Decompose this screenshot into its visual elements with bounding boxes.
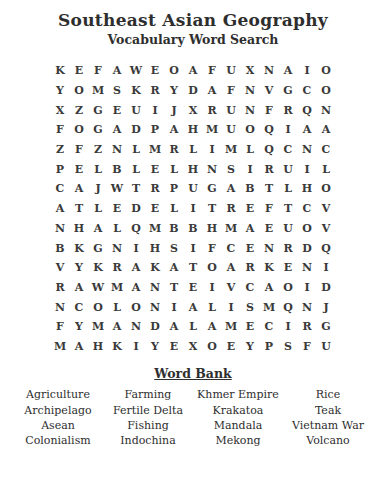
grid-cell-r15c14: F bbox=[298, 337, 317, 357]
grid-cell-r14c1: F bbox=[51, 317, 70, 337]
grid-cell-r7c7: P bbox=[165, 179, 184, 199]
grid-cell-r8c15: V bbox=[317, 199, 336, 219]
grid-cell-r7c14: H bbox=[298, 179, 317, 199]
grid-cell-r11c2: Y bbox=[70, 258, 89, 278]
grid-cell-r13c7: I bbox=[165, 297, 184, 317]
grid-cell-r5c13: C bbox=[279, 140, 298, 160]
grid-cell-r2c10: F bbox=[222, 81, 241, 101]
grid-cell-r9c7: B bbox=[165, 219, 184, 239]
grid-cell-r8c8: I bbox=[184, 199, 203, 219]
grid-cell-r5c15: C bbox=[317, 140, 336, 160]
word-bank-column-4: RiceTeakVietnam WarVolcano bbox=[283, 387, 373, 448]
grid-cell-r1c5: W bbox=[127, 61, 146, 81]
grid-cell-r6c8: H bbox=[184, 159, 203, 179]
grid-cell-r9c8: B bbox=[184, 219, 203, 239]
grid-cell-r4c10: U bbox=[222, 120, 241, 140]
grid-cell-r14c4: A bbox=[108, 317, 127, 337]
grid-cell-r2c4: S bbox=[108, 81, 127, 101]
grid-cell-r8c14: C bbox=[298, 199, 317, 219]
grid-cell-r11c9: O bbox=[203, 258, 222, 278]
grid-cell-r3c4: E bbox=[108, 100, 127, 120]
grid-cell-r5c5: L bbox=[127, 140, 146, 160]
grid-cell-r9c13: U bbox=[279, 219, 298, 239]
grid-cell-r9c1: N bbox=[51, 219, 70, 239]
grid-cell-r7c13: L bbox=[279, 179, 298, 199]
grid-cell-r2c14: C bbox=[298, 81, 317, 101]
grid-cell-r1c14: I bbox=[298, 61, 317, 81]
grid-cell-r10c4: N bbox=[108, 238, 127, 258]
grid-cell-r10c1: B bbox=[51, 238, 70, 258]
grid-cell-r13c5: O bbox=[127, 297, 146, 317]
grid-cell-r1c3: F bbox=[89, 61, 108, 81]
grid-cell-r6c10: S bbox=[222, 159, 241, 179]
word-bank-list: AgricultureArchipelagoAseanColonialismFa… bbox=[13, 387, 373, 448]
grid-cell-r11c8: T bbox=[184, 258, 203, 278]
grid-cell-r15c3: H bbox=[89, 337, 108, 357]
grid-cell-r1c12: N bbox=[260, 61, 279, 81]
grid-cell-r12c1: R bbox=[51, 278, 70, 298]
grid-cell-r4c1: F bbox=[51, 120, 70, 140]
grid-cell-r8c6: E bbox=[146, 199, 165, 219]
grid-cell-r8c3: L bbox=[89, 199, 108, 219]
grid-cell-r15c15: U bbox=[317, 337, 336, 357]
word-bank-item: Archipelago bbox=[13, 403, 103, 418]
grid-cell-r2c13: G bbox=[279, 81, 298, 101]
grid-cell-r4c14: A bbox=[298, 120, 317, 140]
grid-cell-r10c10: C bbox=[222, 238, 241, 258]
grid-cell-r8c12: F bbox=[260, 199, 279, 219]
grid-cell-r1c10: U bbox=[222, 61, 241, 81]
grid-cell-r7c8: U bbox=[184, 179, 203, 199]
grid-cell-r14c10: M bbox=[222, 317, 241, 337]
word-bank-item: Vietnam War bbox=[283, 418, 373, 433]
grid-cell-r15c7: E bbox=[165, 337, 184, 357]
grid-cell-r7c11: B bbox=[241, 179, 260, 199]
grid-cell-r2c9: A bbox=[203, 81, 222, 101]
grid-cell-r6c7: L bbox=[165, 159, 184, 179]
grid-cell-r9c15: V bbox=[317, 219, 336, 239]
grid-cell-r10c12: N bbox=[260, 238, 279, 258]
grid-cell-r8c1: A bbox=[51, 199, 70, 219]
grid-cell-r4c9: M bbox=[203, 120, 222, 140]
page-title: Southeast Asian Geography bbox=[0, 9, 386, 31]
grid-cell-r7c10: A bbox=[222, 179, 241, 199]
grid-cell-r1c6: E bbox=[146, 61, 165, 81]
word-bank-item: Teak bbox=[283, 403, 373, 418]
grid-cell-r5c4: N bbox=[108, 140, 127, 160]
grid-cell-r1c11: X bbox=[241, 61, 260, 81]
grid-cell-r5c3: Z bbox=[89, 140, 108, 160]
grid-cell-r4c12: Q bbox=[260, 120, 279, 140]
word-bank-item: Mekong bbox=[193, 433, 283, 448]
grid-cell-r7c9: G bbox=[203, 179, 222, 199]
word-bank-item: Agriculture bbox=[13, 387, 103, 402]
grid-cell-r9c6: M bbox=[146, 219, 165, 239]
grid-cell-r13c6: N bbox=[146, 297, 165, 317]
grid-cell-r7c2: A bbox=[70, 179, 89, 199]
grid-cell-r2c6: R bbox=[146, 81, 165, 101]
grid-cell-r11c6: K bbox=[146, 258, 165, 278]
grid-cell-r6c15: L bbox=[317, 159, 336, 179]
grid-cell-r10c14: D bbox=[298, 238, 317, 258]
grid-cell-r3c13: R bbox=[279, 100, 298, 120]
grid-cell-r3c2: Z bbox=[70, 100, 89, 120]
grid-cell-r11c15: I bbox=[317, 258, 336, 278]
grid-cell-r14c9: A bbox=[203, 317, 222, 337]
grid-cell-r5c2: F bbox=[70, 140, 89, 160]
grid-cell-r13c13: Q bbox=[279, 297, 298, 317]
grid-cell-r9c11: A bbox=[241, 219, 260, 239]
grid-cell-r11c3: K bbox=[89, 258, 108, 278]
grid-cell-r13c3: O bbox=[89, 297, 108, 317]
word-bank-column-2: FarmingFertile DeltaFishingIndochina bbox=[103, 387, 193, 448]
grid-cell-r8c4: E bbox=[108, 199, 127, 219]
word-bank-item: Volcano bbox=[283, 433, 373, 448]
grid-cell-r11c13: E bbox=[279, 258, 298, 278]
grid-cell-r12c15: D bbox=[317, 278, 336, 298]
grid-cell-r10c8: I bbox=[184, 238, 203, 258]
grid-cell-r5c14: N bbox=[298, 140, 317, 160]
grid-cell-r4c15: A bbox=[317, 120, 336, 140]
grid-cell-r3c14: Q bbox=[298, 100, 317, 120]
grid-cell-r14c7: A bbox=[165, 317, 184, 337]
grid-cell-r7c4: W bbox=[108, 179, 127, 199]
grid-cell-r14c14: R bbox=[298, 317, 317, 337]
word-bank-item: Farming bbox=[103, 387, 193, 402]
grid-cell-r8c11: E bbox=[241, 199, 260, 219]
grid-cell-r9c12: E bbox=[260, 219, 279, 239]
grid-cell-r13c10: I bbox=[222, 297, 241, 317]
grid-cell-r11c4: R bbox=[108, 258, 127, 278]
grid-cell-r10c2: K bbox=[70, 238, 89, 258]
grid-cell-r8c10: R bbox=[222, 199, 241, 219]
grid-cell-r12c10: V bbox=[222, 278, 241, 298]
word-bank-item: Krakatoa bbox=[193, 403, 283, 418]
grid-cell-r8c7: L bbox=[165, 199, 184, 219]
worksheet-header: Southeast Asian Geography Vocabulary Wor… bbox=[0, 0, 386, 48]
grid-cell-r9c10: M bbox=[222, 219, 241, 239]
word-bank-item: Fertile Delta bbox=[103, 403, 193, 418]
grid-cell-r15c11: Y bbox=[241, 337, 260, 357]
grid-cell-r8c9: T bbox=[203, 199, 222, 219]
grid-cell-r11c12: K bbox=[260, 258, 279, 278]
grid-cell-r12c5: A bbox=[127, 278, 146, 298]
grid-cell-r4c8: H bbox=[184, 120, 203, 140]
grid-cell-r9c2: H bbox=[70, 219, 89, 239]
grid-cell-r6c6: E bbox=[146, 159, 165, 179]
grid-cell-r4c13: I bbox=[279, 120, 298, 140]
grid-cell-r9c9: H bbox=[203, 219, 222, 239]
grid-cell-r1c13: A bbox=[279, 61, 298, 81]
grid-cell-r1c8: A bbox=[184, 61, 203, 81]
grid-cell-r12c9: I bbox=[203, 278, 222, 298]
word-bank-item: Colonialism bbox=[13, 433, 103, 448]
grid-cell-r6c4: B bbox=[108, 159, 127, 179]
word-bank-item: Rice bbox=[283, 387, 373, 402]
grid-cell-r10c6: H bbox=[146, 238, 165, 258]
grid-cell-r12c13: O bbox=[279, 278, 298, 298]
grid-cell-r14c2: Y bbox=[70, 317, 89, 337]
grid-cell-r11c7: A bbox=[165, 258, 184, 278]
grid-cell-r13c1: N bbox=[51, 297, 70, 317]
grid-cell-r11c10: A bbox=[222, 258, 241, 278]
grid-cell-r1c9: F bbox=[203, 61, 222, 81]
grid-cell-r15c6: Y bbox=[146, 337, 165, 357]
grid-cell-r12c2: A bbox=[70, 278, 89, 298]
grid-cell-r15c10: E bbox=[222, 337, 241, 357]
grid-cell-r10c11: E bbox=[241, 238, 260, 258]
grid-cell-r10c9: F bbox=[203, 238, 222, 258]
grid-cell-r5c8: L bbox=[184, 140, 203, 160]
word-bank-item: Fishing bbox=[103, 418, 193, 433]
grid-cell-r10c15: Q bbox=[317, 238, 336, 258]
grid-cell-r13c12: M bbox=[260, 297, 279, 317]
grid-cell-r1c2: E bbox=[70, 61, 89, 81]
grid-cell-r1c7: O bbox=[165, 61, 184, 81]
grid-cell-r5c12: Q bbox=[260, 140, 279, 160]
grid-cell-r4c11: O bbox=[241, 120, 260, 140]
grid-cell-r13c2: C bbox=[70, 297, 89, 317]
grid-cell-r3c1: X bbox=[51, 100, 70, 120]
grid-cell-r15c13: S bbox=[279, 337, 298, 357]
grid-cell-r14c6: D bbox=[146, 317, 165, 337]
grid-cell-r10c3: G bbox=[89, 238, 108, 258]
grid-cell-r4c2: O bbox=[70, 120, 89, 140]
grid-cell-r3c8: X bbox=[184, 100, 203, 120]
grid-cell-r14c5: N bbox=[127, 317, 146, 337]
grid-cell-r13c11: S bbox=[241, 297, 260, 317]
grid-cell-r15c2: A bbox=[70, 337, 89, 357]
grid-cell-r3c6: I bbox=[146, 100, 165, 120]
grid-cell-r5c1: Z bbox=[51, 140, 70, 160]
grid-cell-r15c8: X bbox=[184, 337, 203, 357]
grid-cell-r13c4: L bbox=[108, 297, 127, 317]
grid-cell-r6c14: I bbox=[298, 159, 317, 179]
grid-cell-r9c4: L bbox=[108, 219, 127, 239]
grid-cell-r2c15: O bbox=[317, 81, 336, 101]
grid-cell-r6c2: E bbox=[70, 159, 89, 179]
grid-cell-r10c7: S bbox=[165, 238, 184, 258]
grid-cell-r1c15: O bbox=[317, 61, 336, 81]
grid-cell-r15c12: P bbox=[260, 337, 279, 357]
grid-cell-r7c5: T bbox=[127, 179, 146, 199]
page-subtitle: Vocabulary Word Search bbox=[0, 31, 386, 48]
grid-cell-r8c2: T bbox=[70, 199, 89, 219]
grid-cell-r5c6: M bbox=[146, 140, 165, 160]
grid-cell-r3c7: J bbox=[165, 100, 184, 120]
grid-cell-r1c1: K bbox=[51, 61, 70, 81]
grid-cell-r11c14: N bbox=[298, 258, 317, 278]
word-bank-item: Khmer Empire bbox=[193, 387, 283, 402]
grid-cell-r14c3: M bbox=[89, 317, 108, 337]
grid-cell-r3c3: G bbox=[89, 100, 108, 120]
grid-cell-r7c12: T bbox=[260, 179, 279, 199]
grid-cell-r12c7: T bbox=[165, 278, 184, 298]
grid-cell-r8c13: T bbox=[279, 199, 298, 219]
grid-cell-r5c10: M bbox=[222, 140, 241, 160]
grid-cell-r12c14: I bbox=[298, 278, 317, 298]
grid-cell-r11c11: R bbox=[241, 258, 260, 278]
worksheet-page: Southeast Asian Geography Vocabulary Wor… bbox=[0, 0, 386, 500]
grid-cell-r9c3: A bbox=[89, 219, 108, 239]
grid-cell-r13c14: N bbox=[298, 297, 317, 317]
grid-cell-r12c12: A bbox=[260, 278, 279, 298]
word-bank-column-1: AgricultureArchipelagoAseanColonialism bbox=[13, 387, 103, 448]
grid-cell-r11c5: A bbox=[127, 258, 146, 278]
grid-cell-r7c3: J bbox=[89, 179, 108, 199]
word-bank-item: Asean bbox=[13, 418, 103, 433]
grid-cell-r12c4: M bbox=[108, 278, 127, 298]
grid-cell-r3c12: F bbox=[260, 100, 279, 120]
grid-cell-r14c15: G bbox=[317, 317, 336, 337]
grid-cell-r3c15: N bbox=[317, 100, 336, 120]
grid-cell-r3c9: R bbox=[203, 100, 222, 120]
grid-cell-r15c4: K bbox=[108, 337, 127, 357]
grid-cell-r4c7: A bbox=[165, 120, 184, 140]
grid-cell-r15c5: I bbox=[127, 337, 146, 357]
grid-cell-r4c3: G bbox=[89, 120, 108, 140]
grid-cell-r11c1: V bbox=[51, 258, 70, 278]
word-search-grid: KEFAWEOAFUXNAIOYOMSKRYDAFNVGCOXZGEUIJXRU… bbox=[0, 61, 386, 356]
grid-cell-r1c4: A bbox=[108, 61, 127, 81]
grid-cell-r10c13: R bbox=[279, 238, 298, 258]
grid-cell-r12c8: E bbox=[184, 278, 203, 298]
grid-cell-r2c7: Y bbox=[165, 81, 184, 101]
grid-cell-r2c3: M bbox=[89, 81, 108, 101]
grid-cell-r7c1: C bbox=[51, 179, 70, 199]
grid-cell-r2c1: Y bbox=[51, 81, 70, 101]
grid-cell-r13c8: A bbox=[184, 297, 203, 317]
word-bank-item: Mandala bbox=[193, 418, 283, 433]
grid-cell-r6c11: I bbox=[241, 159, 260, 179]
grid-cell-r6c9: N bbox=[203, 159, 222, 179]
grid-cell-r12c6: N bbox=[146, 278, 165, 298]
grid-cell-r2c11: N bbox=[241, 81, 260, 101]
word-bank-section: Word Bank AgricultureArchipelagoAseanCol… bbox=[0, 363, 386, 448]
grid-cell-r6c1: P bbox=[51, 159, 70, 179]
grid-cell-r6c3: L bbox=[89, 159, 108, 179]
grid-cell-r14c13: I bbox=[279, 317, 298, 337]
grid-cell-r10c5: I bbox=[127, 238, 146, 258]
grid-cell-r5c9: I bbox=[203, 140, 222, 160]
grid-cell-r5c7: R bbox=[165, 140, 184, 160]
grid-cell-r7c15: O bbox=[317, 179, 336, 199]
grid-cell-r3c5: U bbox=[127, 100, 146, 120]
grid-cell-r12c11: C bbox=[241, 278, 260, 298]
grid-cell-r14c12: C bbox=[260, 317, 279, 337]
grid-cell-r6c12: R bbox=[260, 159, 279, 179]
grid-cell-r2c8: D bbox=[184, 81, 203, 101]
word-bank-item: Indochina bbox=[103, 433, 193, 448]
grid-cell-r6c13: U bbox=[279, 159, 298, 179]
grid-cell-r2c2: O bbox=[70, 81, 89, 101]
grid-cell-r13c15: J bbox=[317, 297, 336, 317]
grid-cell-r4c4: A bbox=[108, 120, 127, 140]
grid-cell-r9c5: Q bbox=[127, 219, 146, 239]
grid-cell-r5c11: L bbox=[241, 140, 260, 160]
grid-cell-r6c5: L bbox=[127, 159, 146, 179]
word-bank-column-3: Khmer EmpireKrakatoaMandalaMekong bbox=[193, 387, 283, 448]
grid-cell-r14c11: E bbox=[241, 317, 260, 337]
word-bank-title: Word Bank bbox=[154, 366, 231, 382]
grid-cell-r3c11: N bbox=[241, 100, 260, 120]
grid-cell-r14c8: L bbox=[184, 317, 203, 337]
grid-cell-r2c12: V bbox=[260, 81, 279, 101]
grid-cell-r15c9: O bbox=[203, 337, 222, 357]
grid-cell-r3c10: U bbox=[222, 100, 241, 120]
grid-cell-r7c6: R bbox=[146, 179, 165, 199]
grid-cell-r4c6: P bbox=[146, 120, 165, 140]
grid-cell-r8c5: D bbox=[127, 199, 146, 219]
grid-cell-r4c5: D bbox=[127, 120, 146, 140]
grid-cell-r9c14: O bbox=[298, 219, 317, 239]
grid-cell-r2c5: K bbox=[127, 81, 146, 101]
grid-cell-r15c1: M bbox=[51, 337, 70, 357]
grid-cell-r12c3: W bbox=[89, 278, 108, 298]
grid-cell-r13c9: L bbox=[203, 297, 222, 317]
